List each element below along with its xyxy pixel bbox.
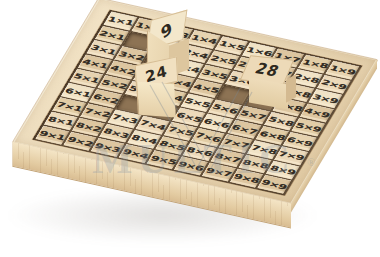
- cube-side-face: [136, 82, 176, 118]
- lifted-cube-6x4[interactable]: 24: [132, 58, 184, 118]
- lifted-cube-4x7[interactable]: 28: [240, 52, 298, 110]
- registered-trademark-icon: ®: [307, 156, 315, 168]
- cube-side-face: [286, 74, 296, 102]
- product-photo-multiplication-board: 1×11×21×31×41×51×61×71×81×92×12×32×42×52…: [0, 0, 380, 257]
